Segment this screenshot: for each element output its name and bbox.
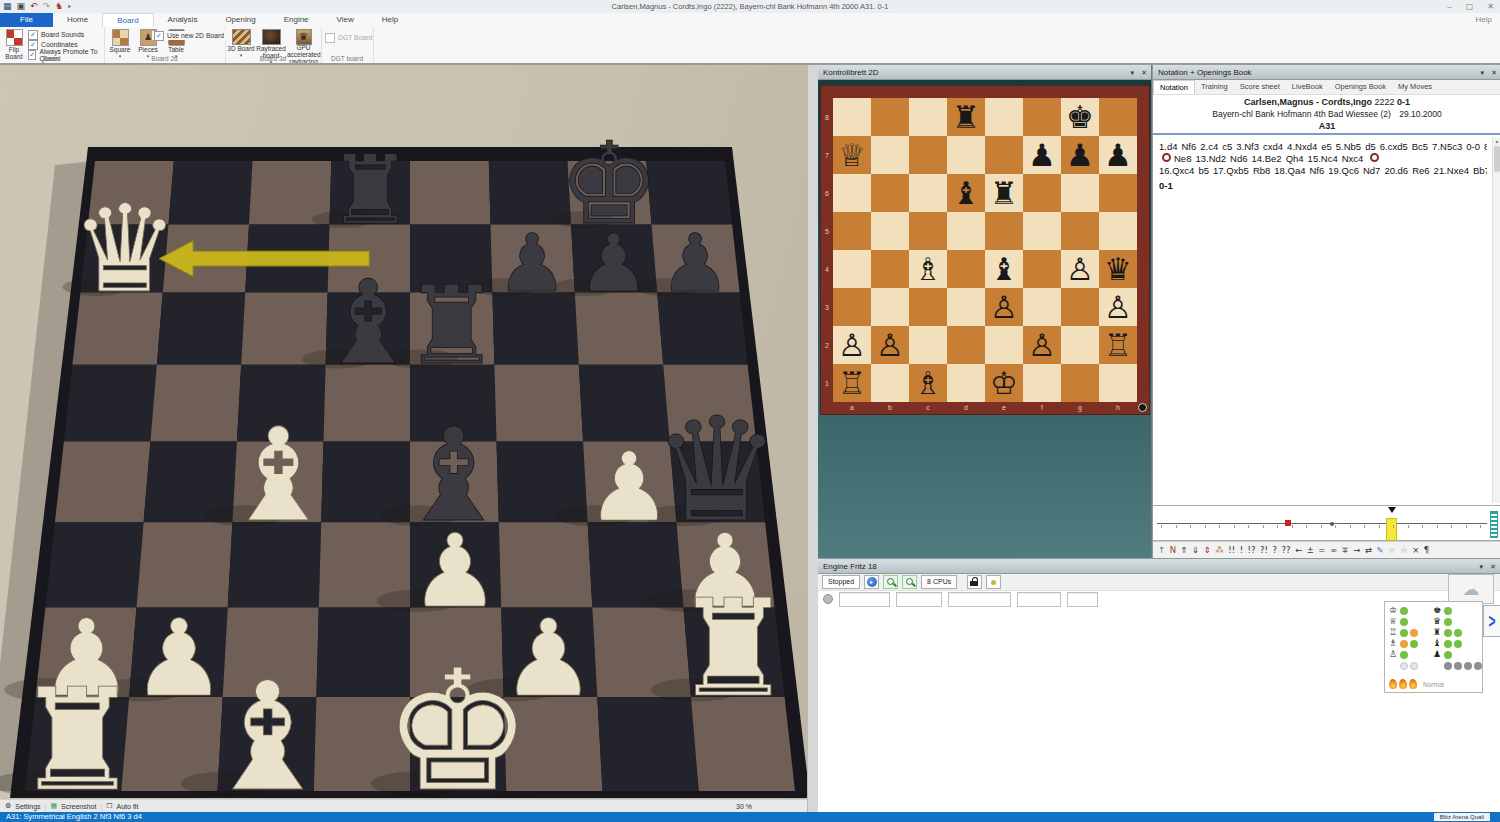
rank-label-6: 6	[821, 174, 833, 212]
rank-label-8: 8	[821, 98, 833, 136]
square-e6[interactable]: ♜	[985, 174, 1023, 212]
opening-name: A31: Symmetrical English 2 Nf3 Nf6 3 d4	[6, 812, 142, 821]
annotation-symbol[interactable]: ∞	[1330, 545, 1337, 555]
activity-dot-o	[1400, 640, 1408, 648]
piece3d-black-p-g7[interactable]: ♟	[578, 217, 650, 310]
square-d5[interactable]	[947, 212, 985, 250]
check-dgt-board[interactable]: DGT Board	[325, 33, 372, 42]
move-token[interactable]: Bc5	[1412, 141, 1428, 152]
square-b8[interactable]	[871, 98, 909, 136]
group-label: DGT board	[321, 55, 373, 62]
buddy-piece-icon: ♚	[1433, 605, 1444, 616]
piece3d-white-b-c1[interactable]: ♝	[200, 650, 334, 799]
tab-score-sheet[interactable]: Score sheet	[1234, 80, 1286, 94]
move-token[interactable]: 1.d4	[1159, 141, 1178, 152]
eval-current-move-bar	[1386, 518, 1397, 541]
square-f1[interactable]	[1023, 364, 1061, 402]
buddy-piece-icon: ♔	[1389, 605, 1400, 616]
square-h8[interactable]	[1099, 98, 1137, 136]
activity-dot-g	[1400, 607, 1408, 615]
graph-tick	[1190, 525, 1191, 528]
annotation-symbol[interactable]: N	[1170, 545, 1176, 555]
square-b5[interactable]	[871, 212, 909, 250]
piece-white-p-f2[interactable]: ♙	[1028, 326, 1056, 364]
square-c1[interactable]: ♗	[909, 364, 947, 402]
buddy-piece-icon: ♟	[1433, 649, 1444, 660]
square-h5[interactable]	[1099, 212, 1137, 250]
square3d-a4[interactable]	[55, 441, 150, 522]
elo: 2222	[1374, 97, 1394, 107]
square-d1[interactable]	[947, 364, 985, 402]
move-token[interactable]: 14.Be2	[1252, 153, 1282, 164]
piece3d-white-b-c4[interactable]: ♝	[221, 400, 337, 550]
square3d-b8[interactable]	[169, 161, 253, 225]
square-h7[interactable]: ♟	[1099, 136, 1137, 174]
deep-analysis-button[interactable]	[902, 575, 917, 589]
annotation-symbol[interactable]: !	[1240, 545, 1243, 555]
analysis-button[interactable]	[883, 575, 898, 589]
move-token[interactable]: Re6	[1412, 165, 1429, 176]
engine-field-1[interactable]	[839, 592, 890, 607]
screenshot-button[interactable]: Screenshot	[61, 803, 96, 810]
board-3d-button[interactable]: 3D Board▾	[227, 29, 255, 58]
square-a1[interactable]: ♖	[833, 364, 871, 402]
side-to-move-indicator	[1138, 403, 1147, 412]
square-g3[interactable]	[1061, 288, 1099, 326]
square-g4[interactable]: ♙	[1061, 250, 1099, 288]
annotation-symbol[interactable]: ←	[1295, 545, 1302, 555]
square-b2[interactable]: ♙	[871, 326, 909, 364]
activity-dot-l	[1410, 662, 1418, 670]
square-f5[interactable]	[1023, 212, 1061, 250]
piece-white-q-a7[interactable]: ♕	[838, 136, 866, 174]
activity-dot-g	[1444, 629, 1452, 637]
title-bar: ▦ ▣ ↶ ↷ ♞ ▸ Carlsen,Magnus - Cordts,Ingo…	[0, 0, 1500, 14]
eco-code: A31	[1153, 121, 1500, 131]
file-label-d: d	[947, 402, 985, 414]
square-h1[interactable]	[1099, 364, 1137, 402]
graph-tick	[1451, 525, 1452, 528]
piece3d-white-p-e3[interactable]: ♟	[410, 512, 501, 630]
piece-white-p-e3[interactable]: ♙	[990, 288, 1018, 326]
square-h6[interactable]	[1099, 174, 1137, 212]
activity-dot-g	[1410, 640, 1418, 648]
tab-file[interactable]: File	[0, 13, 53, 27]
checkbox-icon: ✓	[154, 31, 164, 41]
engine-toolbar: Stopped ▸ 8 CPUs	[818, 574, 1500, 591]
piece3d-black-r-d8[interactable]: ♜	[328, 135, 413, 245]
move-token[interactable]: 3.Nf3	[1236, 141, 1259, 152]
square3d-b3[interactable]	[137, 522, 233, 607]
magnifier-icon	[886, 577, 896, 587]
move-token[interactable]: b5	[1198, 165, 1209, 176]
piece-black-k-g8[interactable]: ♚	[1066, 98, 1094, 136]
tab-my-moves[interactable]: My Moves	[1392, 80, 1438, 94]
square-e8[interactable]	[985, 98, 1023, 136]
move-token[interactable]: 6.cxd5	[1380, 141, 1408, 152]
square-d4[interactable]	[947, 250, 985, 288]
annotation-symbol[interactable]: ?	[1272, 545, 1277, 555]
square-g8[interactable]: ♚	[1061, 98, 1099, 136]
buddy-piece-icon: ♖	[1389, 627, 1400, 638]
graph-tick	[1466, 525, 1467, 528]
square-e7[interactable]	[985, 136, 1023, 174]
annotation-symbol[interactable]: →	[1353, 545, 1360, 555]
square-c2[interactable]	[909, 326, 947, 364]
book-ring-icon	[1370, 153, 1379, 162]
board-3d[interactable]: ♜♚♛♟♟♟♝♜♝♝♟♛♟♟♟♟♟♜♜♝♚	[0, 65, 807, 799]
square-b1[interactable]	[871, 364, 909, 402]
square-a6[interactable]	[833, 174, 871, 212]
piece-black-p-g7[interactable]: ♟	[1066, 136, 1094, 174]
move-token[interactable]: 8.e3	[1484, 141, 1487, 152]
piece3d-white-r-a1[interactable]: ♜	[14, 658, 140, 799]
ribbon-group-dgt: DGT Board DGT board	[321, 27, 374, 63]
square-f8[interactable]	[1023, 98, 1061, 136]
move-token[interactable]: 13.Nd2	[1195, 153, 1226, 164]
square-a5[interactable]	[833, 212, 871, 250]
autofit-button[interactable]: Auto fit	[117, 803, 139, 810]
move-token[interactable]: d5	[1365, 141, 1376, 152]
blitz-arena-button[interactable]: Blitz Arena Quali	[1434, 813, 1490, 821]
group-label: Board	[0, 55, 104, 62]
square-d3[interactable]	[947, 288, 985, 326]
square-e4[interactable]: ♝	[985, 250, 1023, 288]
square-d8[interactable]: ♜	[947, 98, 985, 136]
square-a2[interactable]: ♙	[833, 326, 871, 364]
piece3d-white-k-e1[interactable]: ♚	[383, 634, 533, 799]
tab-home[interactable]: Home	[53, 13, 102, 27]
annotation-symbol[interactable]: =	[1318, 545, 1325, 555]
move-token[interactable]: 16.Qxc4	[1159, 165, 1194, 176]
piece-black-b-d6[interactable]: ♝	[952, 174, 980, 212]
rank-label-1: 1	[821, 364, 833, 402]
square-a7[interactable]: ♕	[833, 136, 871, 174]
square-g7[interactable]: ♟	[1061, 136, 1099, 174]
players: Carlsen,Magnus - Cordts,Ingo	[1244, 97, 1372, 107]
annotation-symbol[interactable]: ⇕	[1204, 545, 1211, 555]
activity-dot-g	[1400, 651, 1408, 659]
panel-menu-icon[interactable]: ▾	[1131, 65, 1135, 80]
tab-engine[interactable]: Engine	[270, 13, 323, 27]
move-token[interactable]: 19.Qc6	[1328, 165, 1359, 176]
expand-panel-button[interactable]: >	[1483, 605, 1500, 637]
activity-dot-k	[1444, 662, 1452, 670]
panel-close-icon[interactable]: ✕	[1490, 559, 1496, 574]
ribbon-group-board2d: Square▾ ♟ Pieces▾ Table▾ ✓Use new 2D Boa…	[104, 27, 226, 63]
graph-tick	[1292, 525, 1293, 528]
square-style-icon	[112, 29, 129, 46]
square-b6[interactable]	[871, 174, 909, 212]
notation-tabs: Notation Training Score sheet LiveBook O…	[1153, 80, 1500, 95]
move-token[interactable]: Ne8	[1174, 153, 1191, 164]
square3d-f3[interactable]	[499, 522, 593, 607]
annotation-symbol[interactable]: ¶	[1424, 545, 1429, 555]
black-piece-activity: ♚♛♜♝♟	[1433, 605, 1484, 671]
square-c5[interactable]	[909, 212, 947, 250]
raytraced-board-icon	[262, 29, 281, 45]
annotation-symbol[interactable]: ↑	[1158, 545, 1165, 555]
file-label-b: b	[871, 402, 909, 414]
engine-title-bar: Engine Fritz 18 ▾✕	[818, 559, 1500, 574]
piece-white-p-g4[interactable]: ♙	[1066, 250, 1094, 288]
piece-white-k-e1[interactable]: ♔	[990, 364, 1018, 402]
rank-labels: 87654321	[821, 98, 833, 402]
annotation-symbol[interactable]: ⇓	[1192, 545, 1199, 555]
tab-notation[interactable]: Notation	[1153, 80, 1195, 94]
square-f2[interactable]: ♙	[1023, 326, 1061, 364]
file-label-e: e	[985, 402, 1023, 414]
move-token[interactable]: 5.Nb5	[1336, 141, 1361, 152]
annotation-symbol[interactable]: ✎	[1376, 545, 1383, 555]
square-e3[interactable]: ♙	[985, 288, 1023, 326]
square-c4[interactable]: ♗	[909, 250, 947, 288]
square-b7[interactable]	[871, 136, 909, 174]
piece-white-b-c1[interactable]: ♗	[914, 364, 942, 402]
square-e1[interactable]: ♔	[985, 364, 1023, 402]
piece-black-p-h7[interactable]: ♟	[1104, 136, 1132, 174]
minimize-button[interactable]: –	[1447, 0, 1451, 13]
eval-end-marker	[1490, 511, 1498, 538]
game-header: Carlsen,Magnus - Cordts,Ingo 2222 0-1 Ba…	[1153, 94, 1500, 135]
piece-white-p-b2[interactable]: ♙	[876, 326, 904, 364]
help-link[interactable]: Help	[1476, 13, 1492, 27]
move-token[interactable]: 7.N5c3	[1432, 141, 1462, 152]
piece-white-b-c4[interactable]: ♗	[914, 250, 942, 288]
annotation-symbol[interactable]: ☆	[1400, 545, 1408, 555]
piece-black-q-h4[interactable]: ♛	[1104, 250, 1132, 288]
tab-help[interactable]: Help	[368, 13, 412, 27]
graph-tick	[1422, 525, 1423, 528]
graph-tick	[1248, 525, 1249, 528]
square-b4[interactable]	[871, 250, 909, 288]
square-c3[interactable]	[909, 288, 947, 326]
square-d7[interactable]	[947, 136, 985, 174]
ribbon-group-board: Flip Board ✓Board Sounds ✓Coordinates ✓A…	[0, 27, 105, 63]
tab-opening[interactable]: Opening	[211, 13, 269, 27]
scroll-up-icon[interactable]: ▲	[1493, 137, 1500, 145]
panel-close-icon[interactable]: ✕	[1491, 65, 1497, 80]
activity-dot-l	[1400, 662, 1408, 670]
annotation-symbol[interactable]: ±	[1307, 545, 1314, 555]
move-token[interactable]: Qh4	[1286, 153, 1304, 164]
move-token[interactable]: 0-0	[1466, 141, 1480, 152]
gear-icon: ⚙	[5, 802, 11, 810]
piece-white-p-a2[interactable]: ♙	[838, 326, 866, 364]
tab-analysis[interactable]: Analysis	[154, 13, 212, 27]
square3d-a5[interactable]	[64, 365, 157, 442]
activity-dot-k	[1474, 662, 1482, 670]
move-token[interactable]: Nf6	[1182, 141, 1197, 152]
move-token[interactable]: 18.Qa4	[1274, 165, 1305, 176]
piece-white-p-h3[interactable]: ♙	[1104, 288, 1132, 326]
close-button[interactable]: ✕	[1487, 0, 1494, 13]
square-f6[interactable]	[1023, 174, 1061, 212]
move-token[interactable]: e5	[1321, 141, 1332, 152]
move-token[interactable]: 15.Nc4	[1308, 153, 1338, 164]
settings-button[interactable]: Settings	[15, 803, 40, 810]
activity-dot-g	[1400, 629, 1408, 637]
autofit-icon: ☐	[106, 802, 112, 810]
annotation-symbol[interactable]: !?	[1248, 545, 1256, 555]
move-token[interactable]: Nxc4	[1342, 153, 1364, 164]
square-a4[interactable]	[833, 250, 871, 288]
ribbon-tabs: File Home Board Analysis Opening Engine …	[0, 13, 1500, 28]
activity-dot-g	[1444, 651, 1452, 659]
piece-black-b-e4[interactable]: ♝	[990, 250, 1018, 288]
graph-tick	[1219, 525, 1220, 528]
square3d-e8[interactable]	[410, 161, 491, 225]
white-piece-activity: ♔♕♖♗♙	[1389, 605, 1420, 671]
square-c8[interactable]	[909, 98, 947, 136]
square-f7[interactable]: ♟	[1023, 136, 1061, 174]
lock-button[interactable]	[967, 575, 982, 589]
piece-black-r-d8[interactable]: ♜	[952, 98, 980, 136]
move-token[interactable]: c5	[1222, 141, 1232, 152]
panel-menu-icon[interactable]: ▾	[1480, 559, 1484, 574]
rank-label-4: 4	[821, 250, 833, 288]
cloud-icon: ☁	[1463, 579, 1480, 599]
square-e2[interactable]	[985, 326, 1023, 364]
annotation-symbol[interactable]: ☆	[1388, 545, 1396, 555]
move-token[interactable]: 2.c4	[1200, 141, 1218, 152]
move-token[interactable]: Bb7	[1473, 165, 1487, 176]
move-token[interactable]: Rb8	[1253, 165, 1270, 176]
ribbon: Flip Board ✓Board Sounds ✓Coordinates ✓A…	[0, 27, 1500, 64]
square-f3[interactable]	[1023, 288, 1061, 326]
piece3d-black-r-e6[interactable]: ♜	[403, 263, 500, 388]
square-b3[interactable]	[871, 288, 909, 326]
board-3d-icon	[232, 29, 251, 45]
annotation-symbol[interactable]: ?!	[1260, 545, 1268, 555]
square-g5[interactable]	[1061, 212, 1099, 250]
engine-field-4[interactable]	[1017, 592, 1061, 607]
annotation-symbol[interactable]: ⁂	[1215, 545, 1224, 555]
notation-scrollbar[interactable]: ▲	[1492, 137, 1500, 503]
square-h2[interactable]: ♖	[1099, 326, 1137, 364]
check-board-sounds[interactable]: ✓Board Sounds	[28, 30, 104, 39]
file-label-c: c	[909, 402, 947, 414]
cloud-engine-button[interactable]: ☁	[1448, 574, 1494, 604]
square-h3[interactable]: ♙	[1099, 288, 1137, 326]
move-token[interactable]: 21.Nxe4	[1434, 165, 1469, 176]
eval-position-triangle	[1388, 507, 1396, 513]
engine-field-2[interactable]	[896, 592, 942, 607]
engine-status-button[interactable]: Stopped	[822, 575, 860, 589]
tab-board[interactable]: Board	[102, 13, 153, 27]
checkbox-icon: ✓	[28, 40, 38, 50]
annotation-symbol[interactable]: ⇄	[1365, 545, 1372, 555]
board-2d[interactable]: ♜♚♕♟♟♟♝♜♗♝♙♛♙♙♙♙♙♖♖♗♔	[833, 98, 1137, 402]
graph-tick	[1277, 525, 1278, 528]
piece3d-black-p-h7[interactable]: ♟	[659, 217, 731, 310]
activity-dot-g	[1454, 640, 1462, 648]
piece-white-r-h2[interactable]: ♖	[1104, 326, 1132, 364]
square-h4[interactable]: ♛	[1099, 250, 1137, 288]
square-c7[interactable]	[909, 136, 947, 174]
square-f4[interactable]	[1023, 250, 1061, 288]
activity-dot-g	[1444, 607, 1452, 615]
square-c6[interactable]	[909, 174, 947, 212]
graph-tick	[1205, 525, 1206, 528]
maximize-button[interactable]: ▢	[1466, 0, 1474, 13]
file-label-f: f	[1023, 402, 1061, 414]
square-d6[interactable]: ♝	[947, 174, 985, 212]
tab-training[interactable]: Training	[1195, 80, 1234, 94]
square-e5[interactable]	[985, 212, 1023, 250]
notation-title-bar: Notation + Openings Book ▾✕	[1153, 65, 1500, 80]
square-d2[interactable]	[947, 326, 985, 364]
move-list[interactable]: 1.d4Nf62.c4c53.Nf3cxd44.Nxd4e55.Nb5d56.c…	[1153, 137, 1487, 503]
rank-label-5: 5	[821, 212, 833, 250]
panel-close-icon[interactable]: ✕	[1141, 65, 1147, 80]
move-token[interactable]: Nf6	[1310, 165, 1325, 176]
piece-white-r-a1[interactable]: ♖	[838, 364, 866, 402]
check-use-new-2d[interactable]: ✓Use new 2D Board	[152, 31, 226, 40]
piece-black-p-f7[interactable]: ♟	[1028, 136, 1056, 174]
move-token[interactable]: 17.Qxb5	[1213, 165, 1249, 176]
eval-marker-red	[1285, 520, 1291, 526]
window-title: Carlsen,Magnus - Cordts,Ingo (2222), Bay…	[0, 0, 1500, 13]
activity-dot-k	[1464, 662, 1472, 670]
date: 29.10.2000	[1399, 109, 1442, 119]
gpu-raytracing-icon: ♛	[296, 29, 312, 45]
annotation-symbol[interactable]: ??	[1281, 545, 1290, 555]
piece-black-r-e6[interactable]: ♜	[990, 174, 1018, 212]
magnifier-icon	[905, 577, 915, 587]
engine-field-5[interactable]	[1067, 592, 1098, 607]
move-token[interactable]: cxd4	[1263, 141, 1283, 152]
status-bar: A31: Symmetrical English 2 Nf3 Nf6 3 d4 …	[0, 812, 1500, 822]
square-a3[interactable]	[833, 288, 871, 326]
move-token[interactable]: 20.d6	[1384, 165, 1408, 176]
annotation-symbol[interactable]: ⇑	[1180, 545, 1187, 555]
tab-livebook[interactable]: LiveBook	[1286, 80, 1329, 94]
square3d-a3[interactable]	[45, 522, 143, 607]
piece3d-black-p-f7[interactable]: ♟	[496, 217, 568, 310]
square-g2[interactable]	[1061, 326, 1099, 364]
engine-field-3[interactable]	[948, 592, 1011, 607]
panel-menu-icon[interactable]: ▾	[1481, 65, 1485, 80]
cpus-button[interactable]: 8 CPUs	[921, 575, 957, 589]
evaluation-graph[interactable]	[1153, 505, 1500, 541]
file-labels: abcdefgh	[833, 402, 1137, 414]
switch-engine-button[interactable]: ▸	[864, 575, 879, 589]
window-controls: – ▢ ✕	[1447, 0, 1494, 13]
piece3d-white-r-h2[interactable]: ♜	[673, 571, 793, 727]
annotation-symbol[interactable]: ∓	[1341, 545, 1348, 555]
annotation-symbol[interactable]: !!	[1228, 545, 1235, 555]
activity-dot-k	[1454, 662, 1462, 670]
annotation-symbol[interactable]: ×	[1412, 545, 1419, 555]
hint-button[interactable]	[986, 575, 1001, 589]
move-token[interactable]: Nd6	[1230, 153, 1247, 164]
graph-tick	[1350, 525, 1351, 528]
move-token[interactable]: Nd7	[1363, 165, 1380, 176]
square-a8[interactable]	[833, 98, 871, 136]
eval-baseline	[1157, 523, 1487, 524]
scroll-thumb[interactable]	[1494, 146, 1500, 172]
graph-tick	[1321, 525, 1322, 528]
square-g1[interactable]	[1061, 364, 1099, 402]
activity-dot-g	[1444, 640, 1452, 648]
flip-board-icon	[6, 29, 23, 46]
tab-openings-book[interactable]: Openings Book	[1329, 80, 1392, 94]
piece3d-white-q-a7[interactable]: ♛	[71, 179, 179, 320]
square-g6[interactable]	[1061, 174, 1099, 212]
move-token[interactable]: 4.Nxd4	[1287, 141, 1317, 152]
tab-view[interactable]: View	[323, 13, 368, 27]
